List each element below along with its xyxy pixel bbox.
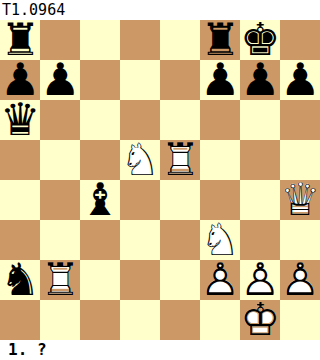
white-pawn-icon[interactable]: ♟︎♙︎ bbox=[200, 260, 240, 300]
square-e2[interactable] bbox=[160, 260, 200, 300]
piece-outline: ♕︎ bbox=[280, 180, 320, 220]
square-b5[interactable] bbox=[40, 140, 80, 180]
square-e1[interactable] bbox=[160, 300, 200, 340]
square-h2[interactable]: ♟︎♙︎ bbox=[280, 260, 320, 300]
chess-puzzle-window: T1.0964 ♜︎♜︎♚︎♟︎♟︎♟︎♟︎♟︎♛︎♞︎♘︎♜︎♖︎♝︎♛︎♕︎… bbox=[0, 0, 320, 360]
black-pawn-icon[interactable]: ♟︎ bbox=[240, 60, 280, 100]
chess-board: ♜︎♜︎♚︎♟︎♟︎♟︎♟︎♟︎♛︎♞︎♘︎♜︎♖︎♝︎♛︎♕︎♞︎♘︎♞︎♜︎… bbox=[0, 20, 320, 340]
square-a1[interactable] bbox=[0, 300, 40, 340]
square-a2[interactable]: ♞︎ bbox=[0, 260, 40, 300]
piece-outline: ♙︎ bbox=[280, 260, 320, 300]
square-g6[interactable] bbox=[240, 100, 280, 140]
black-queen-icon[interactable]: ♛︎ bbox=[0, 100, 40, 140]
white-queen-icon[interactable]: ♛︎♕︎ bbox=[280, 180, 320, 220]
piece-outline: ♖︎ bbox=[160, 140, 200, 180]
white-rook-icon[interactable]: ♜︎♖︎ bbox=[160, 140, 200, 180]
piece-outline: ♔︎ bbox=[240, 300, 280, 340]
square-b4[interactable] bbox=[40, 180, 80, 220]
piece-outline: ♖︎ bbox=[40, 260, 80, 300]
square-c1[interactable] bbox=[80, 300, 120, 340]
square-f7[interactable]: ♟︎ bbox=[200, 60, 240, 100]
square-d3[interactable] bbox=[120, 220, 160, 260]
square-b1[interactable] bbox=[40, 300, 80, 340]
black-bishop-icon[interactable]: ♝︎ bbox=[80, 180, 120, 220]
square-e5[interactable]: ♜︎♖︎ bbox=[160, 140, 200, 180]
square-h4[interactable]: ♛︎♕︎ bbox=[280, 180, 320, 220]
black-pawn-icon[interactable]: ♟︎ bbox=[200, 60, 240, 100]
square-e7[interactable] bbox=[160, 60, 200, 100]
square-d7[interactable] bbox=[120, 60, 160, 100]
white-knight-icon[interactable]: ♞︎♘︎ bbox=[120, 140, 160, 180]
white-rook-icon[interactable]: ♜︎♖︎ bbox=[40, 260, 80, 300]
square-c6[interactable] bbox=[80, 100, 120, 140]
square-c7[interactable] bbox=[80, 60, 120, 100]
square-d8[interactable] bbox=[120, 20, 160, 60]
piece-fill: ♟︎ bbox=[240, 60, 280, 100]
square-a5[interactable] bbox=[0, 140, 40, 180]
square-d1[interactable] bbox=[120, 300, 160, 340]
piece-outline: ♘︎ bbox=[120, 140, 160, 180]
square-c3[interactable] bbox=[80, 220, 120, 260]
square-d2[interactable] bbox=[120, 260, 160, 300]
square-f5[interactable] bbox=[200, 140, 240, 180]
square-d5[interactable]: ♞︎♘︎ bbox=[120, 140, 160, 180]
square-f2[interactable]: ♟︎♙︎ bbox=[200, 260, 240, 300]
piece-fill: ♞︎ bbox=[0, 260, 40, 300]
piece-fill: ♟︎ bbox=[200, 60, 240, 100]
square-g1[interactable]: ♚︎♔︎ bbox=[240, 300, 280, 340]
piece-fill: ♟︎ bbox=[280, 60, 320, 100]
square-a4[interactable] bbox=[0, 180, 40, 220]
black-pawn-icon[interactable]: ♟︎ bbox=[280, 60, 320, 100]
piece-fill: ♟︎ bbox=[40, 60, 80, 100]
square-f6[interactable] bbox=[200, 100, 240, 140]
piece-fill: ♛︎ bbox=[0, 100, 40, 140]
black-knight-icon[interactable]: ♞︎ bbox=[0, 260, 40, 300]
square-a6[interactable]: ♛︎ bbox=[0, 100, 40, 140]
piece-outline: ♙︎ bbox=[200, 260, 240, 300]
square-f1[interactable] bbox=[200, 300, 240, 340]
white-pawn-icon[interactable]: ♟︎♙︎ bbox=[280, 260, 320, 300]
square-h7[interactable]: ♟︎ bbox=[280, 60, 320, 100]
square-c8[interactable] bbox=[80, 20, 120, 60]
black-pawn-icon[interactable]: ♟︎ bbox=[40, 60, 80, 100]
square-b6[interactable] bbox=[40, 100, 80, 140]
square-c4[interactable]: ♝︎ bbox=[80, 180, 120, 220]
square-e4[interactable] bbox=[160, 180, 200, 220]
piece-fill: ♝︎ bbox=[80, 180, 120, 220]
square-g5[interactable] bbox=[240, 140, 280, 180]
square-e8[interactable] bbox=[160, 20, 200, 60]
square-g4[interactable] bbox=[240, 180, 280, 220]
square-c2[interactable] bbox=[80, 260, 120, 300]
square-g7[interactable]: ♟︎ bbox=[240, 60, 280, 100]
square-b2[interactable]: ♜︎♖︎ bbox=[40, 260, 80, 300]
white-king-icon[interactable]: ♚︎♔︎ bbox=[240, 300, 280, 340]
square-d4[interactable] bbox=[120, 180, 160, 220]
square-b7[interactable]: ♟︎ bbox=[40, 60, 80, 100]
square-h1[interactable] bbox=[280, 300, 320, 340]
square-h6[interactable] bbox=[280, 100, 320, 140]
square-e3[interactable] bbox=[160, 220, 200, 260]
